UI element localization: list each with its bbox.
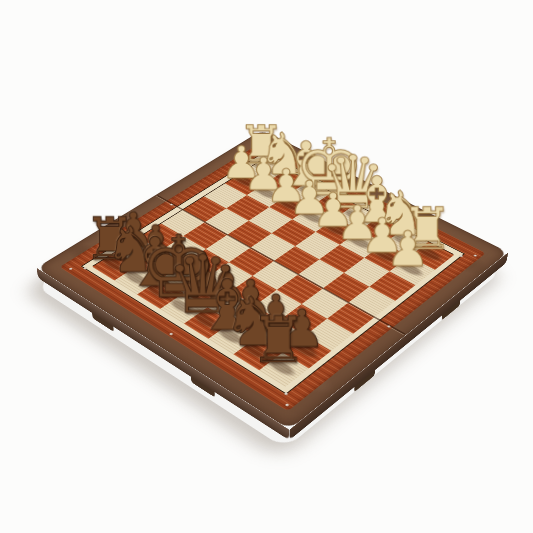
product-photo: ♜♞♝♛♚♝♞♜♟♟♟♟♟♟♟♟♟♟♟♟♟♟♟♟♜♞♝♛♚♝♞♜ (0, 0, 533, 533)
screw-dot (169, 333, 174, 336)
chess-board: ♜♞♝♛♚♝♞♜♟♟♟♟♟♟♟♟♟♟♟♟♟♟♟♟♜♞♝♛♚♝♞♜ (37, 130, 509, 430)
screw-dot (387, 325, 391, 328)
screw-dot (284, 392, 289, 395)
scene: ♜♞♝♛♚♝♞♜♟♟♟♟♟♟♟♟♟♟♟♟♟♟♟♟♜♞♝♛♚♝♞♜ (0, 0, 533, 533)
white-pawn-glyph: ♟ (362, 224, 453, 273)
screw-dot (285, 403, 290, 406)
black-rook-glyph: ♜ (229, 308, 328, 372)
